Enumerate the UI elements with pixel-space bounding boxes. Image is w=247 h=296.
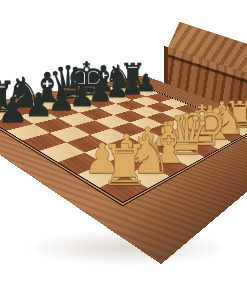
product-photo: ♜♞♝♛♚♝♞♜♟♟♟♟♟♟♟♟♟♟♟♟♟♟♟♟♜♞♝♛♚♝♞♜ bbox=[0, 0, 247, 296]
piece-white-rook-a1[interactable]: ♜ bbox=[99, 139, 149, 195]
piece-black-pawn-a7[interactable]: ♟ bbox=[0, 92, 28, 127]
